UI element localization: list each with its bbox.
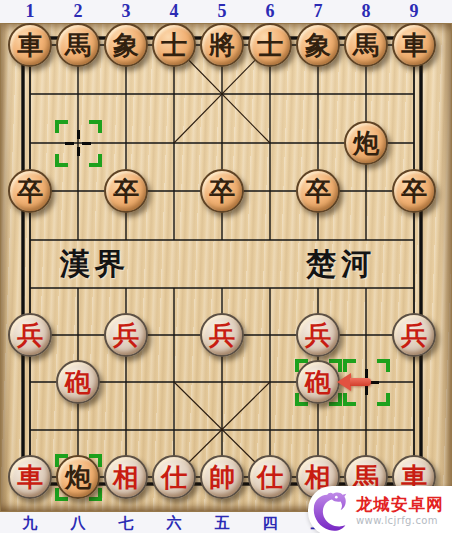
file-label-bottom-4: 六	[167, 513, 182, 533]
red-piece-仕[interactable]: 仕	[152, 455, 196, 499]
file-label-bottom-5: 五	[215, 513, 230, 533]
file-label-bottom-1: 九	[23, 513, 38, 533]
black-piece-馬[interactable]: 馬	[344, 23, 388, 67]
piece-character: 炮	[65, 464, 91, 490]
file-label-top-5: 5	[218, 0, 227, 22]
black-piece-卒[interactable]: 卒	[392, 169, 436, 213]
red-piece-砲[interactable]: 砲	[56, 360, 100, 404]
piece-character: 仕	[257, 464, 283, 490]
red-piece-帥[interactable]: 帥	[200, 455, 244, 499]
top-coordinates: 123456789	[0, 0, 452, 23]
piece-character: 車	[17, 464, 43, 490]
watermark-site-name: 龙城安卓网	[356, 496, 444, 514]
piece-character: 帥	[209, 464, 235, 490]
piece-character: 象	[305, 32, 331, 58]
black-piece-卒[interactable]: 卒	[8, 169, 52, 213]
black-piece-象[interactable]: 象	[296, 23, 340, 67]
piece-character: 砲	[305, 369, 331, 395]
piece-character: 卒	[113, 178, 139, 204]
black-piece-象[interactable]: 象	[104, 23, 148, 67]
piece-character: 馬	[65, 32, 91, 58]
piece-character: 卒	[209, 178, 235, 204]
piece-character: 卒	[17, 178, 43, 204]
black-piece-炮[interactable]: 炮	[56, 455, 100, 499]
piece-character: 兵	[209, 322, 235, 348]
file-label-top-3: 3	[122, 0, 131, 22]
piece-character: 砲	[65, 369, 91, 395]
piece-character: 兵	[113, 322, 139, 348]
red-piece-兵[interactable]: 兵	[104, 313, 148, 357]
file-label-top-9: 9	[410, 0, 419, 22]
file-label-bottom-3: 七	[119, 513, 134, 533]
piece-character: 卒	[305, 178, 331, 204]
piece-character: 相	[113, 464, 139, 490]
black-piece-馬[interactable]: 馬	[56, 23, 100, 67]
red-piece-砲[interactable]: 砲	[296, 360, 340, 404]
file-label-top-4: 4	[170, 0, 179, 22]
dragon-logo-icon	[311, 490, 353, 532]
black-piece-卒[interactable]: 卒	[200, 169, 244, 213]
file-label-top-6: 6	[266, 0, 275, 22]
xiangqi-board[interactable]: 漢界 楚河 車馬象士將士象馬車炮卒卒卒卒卒兵兵兵兵兵砲砲車炮相仕帥仕相馬車	[0, 23, 452, 512]
black-piece-車[interactable]: 車	[392, 23, 436, 67]
crosshair-cursor-icon	[65, 130, 91, 156]
piece-character: 馬	[353, 32, 379, 58]
piece-character: 士	[257, 32, 283, 58]
file-label-top-8: 8	[362, 0, 371, 22]
file-label-bottom-6: 四	[263, 513, 278, 533]
red-piece-車[interactable]: 車	[8, 455, 52, 499]
watermark-badge: 龙城安卓网 www.lcjrfg.com	[308, 486, 452, 533]
river-label-chuhe: 楚河	[306, 244, 376, 285]
piece-character: 車	[401, 32, 427, 58]
xiangqi-app-screen: 123456789 漢界 楚河 車馬象士將士象馬車炮卒卒卒卒卒兵兵兵兵兵砲砲車炮…	[0, 0, 452, 533]
file-label-top-7: 7	[314, 0, 323, 22]
piece-character: 士	[161, 32, 187, 58]
river-label-hanjie: 漢界	[60, 244, 130, 285]
black-piece-將[interactable]: 將	[200, 23, 244, 67]
file-label-top-1: 1	[26, 0, 35, 22]
red-piece-兵[interactable]: 兵	[8, 313, 52, 357]
black-piece-士[interactable]: 士	[248, 23, 292, 67]
piece-character: 卒	[401, 178, 427, 204]
file-label-bottom-2: 八	[71, 513, 86, 533]
piece-character: 車	[17, 32, 43, 58]
piece-character: 將	[209, 32, 235, 58]
piece-character: 仕	[161, 464, 187, 490]
red-piece-兵[interactable]: 兵	[296, 313, 340, 357]
piece-character: 兵	[17, 322, 43, 348]
red-piece-相[interactable]: 相	[104, 455, 148, 499]
black-piece-炮[interactable]: 炮	[344, 121, 388, 165]
black-piece-車[interactable]: 車	[8, 23, 52, 67]
watermark-site-url: www.lcjrfg.com	[356, 515, 444, 526]
red-piece-仕[interactable]: 仕	[248, 455, 292, 499]
black-piece-卒[interactable]: 卒	[296, 169, 340, 213]
move-direction-arrow-icon	[337, 373, 371, 391]
piece-character: 兵	[401, 322, 427, 348]
piece-character: 炮	[353, 130, 379, 156]
piece-character: 象	[113, 32, 139, 58]
black-piece-卒[interactable]: 卒	[104, 169, 148, 213]
red-piece-兵[interactable]: 兵	[200, 313, 244, 357]
black-piece-士[interactable]: 士	[152, 23, 196, 67]
piece-character: 兵	[305, 322, 331, 348]
file-label-top-2: 2	[74, 0, 83, 22]
red-piece-兵[interactable]: 兵	[392, 313, 436, 357]
